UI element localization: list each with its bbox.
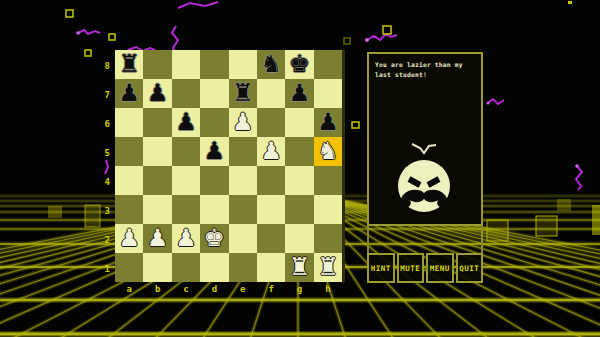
black-pawn: ♟: [200, 137, 228, 166]
square-a8[interactable]: ♜: [115, 50, 143, 79]
square-b5[interactable]: [143, 137, 171, 166]
rank-label: 1: [94, 253, 110, 282]
square-c1[interactable]: [172, 253, 200, 282]
square-h4[interactable]: [314, 166, 342, 195]
file-label: g: [285, 284, 313, 294]
rank-label: 4: [94, 166, 110, 195]
square-b3[interactable]: [143, 195, 171, 224]
file-label: f: [257, 284, 285, 294]
square-e4[interactable]: [229, 166, 257, 195]
black-pawn: ♟: [285, 79, 313, 108]
square-f1[interactable]: [257, 253, 285, 282]
chess-board: ♜♞♚♟♟♜♟♟♟♟♟♟♞♟♟♟♚♜♜: [115, 50, 345, 282]
white-rook: ♜: [314, 253, 342, 282]
black-pawn: ♟: [172, 108, 200, 137]
rank-label: 5: [94, 137, 110, 166]
square-a3[interactable]: [115, 195, 143, 224]
square-d5[interactable]: ♟: [200, 137, 228, 166]
white-pawn: ♟: [115, 224, 143, 253]
file-label: h: [314, 284, 342, 294]
square-d8[interactable]: [200, 50, 228, 79]
panel-frame-right: [481, 226, 483, 253]
square-b7[interactable]: ♟: [143, 79, 171, 108]
square-h8[interactable]: [314, 50, 342, 79]
square-a4[interactable]: [115, 166, 143, 195]
black-knight: ♞: [257, 50, 285, 79]
square-b6[interactable]: [143, 108, 171, 137]
square-g1[interactable]: ♜: [285, 253, 313, 282]
speech-text: You are lazier than my last student!: [369, 54, 486, 80]
file-label: b: [143, 284, 171, 294]
square-b2[interactable]: ♟: [143, 224, 171, 253]
square-h6[interactable]: ♟: [314, 108, 342, 137]
black-pawn: ♟: [314, 108, 342, 137]
black-rook: ♜: [229, 79, 257, 108]
square-e3[interactable]: [229, 195, 257, 224]
file-labels: a b c d e f g h: [115, 284, 342, 294]
square-g8[interactable]: ♚: [285, 50, 313, 79]
square-c6[interactable]: ♟: [172, 108, 200, 137]
rank-label: 2: [94, 224, 110, 253]
square-g2[interactable]: [285, 224, 313, 253]
square-a7[interactable]: ♟: [115, 79, 143, 108]
black-king: ♚: [285, 50, 313, 79]
opponent-panel: You are lazier than my last student!: [367, 52, 483, 226]
rank-label: 6: [94, 108, 110, 137]
white-knight: ♞: [314, 137, 342, 166]
opponent-face-icon: [394, 138, 456, 224]
square-g4[interactable]: [285, 166, 313, 195]
black-rook: ♜: [115, 50, 143, 79]
square-e7[interactable]: ♜: [229, 79, 257, 108]
square-f7[interactable]: [257, 79, 285, 108]
rank-label: 8: [94, 50, 110, 79]
square-g7[interactable]: ♟: [285, 79, 313, 108]
square-d4[interactable]: [200, 166, 228, 195]
square-c4[interactable]: [172, 166, 200, 195]
panel-frame-left: [367, 226, 369, 253]
file-label: a: [115, 284, 143, 294]
square-e2[interactable]: [229, 224, 257, 253]
square-c5[interactable]: [172, 137, 200, 166]
square-d2[interactable]: ♚: [200, 224, 228, 253]
square-f5[interactable]: ♟: [257, 137, 285, 166]
quit-button[interactable]: QUIT: [456, 253, 484, 283]
square-c3[interactable]: [172, 195, 200, 224]
square-g5[interactable]: [285, 137, 313, 166]
square-e6[interactable]: ♟: [229, 108, 257, 137]
square-h3[interactable]: [314, 195, 342, 224]
rank-label: 3: [94, 195, 110, 224]
square-f8[interactable]: ♞: [257, 50, 285, 79]
square-b8[interactable]: [143, 50, 171, 79]
square-d1[interactable]: [200, 253, 228, 282]
white-pawn: ♟: [143, 224, 171, 253]
square-g6[interactable]: [285, 108, 313, 137]
white-pawn: ♟: [229, 108, 257, 137]
square-h2[interactable]: [314, 224, 342, 253]
square-h1[interactable]: ♜: [314, 253, 342, 282]
square-f3[interactable]: [257, 195, 285, 224]
square-b1[interactable]: [143, 253, 171, 282]
square-e8[interactable]: [229, 50, 257, 79]
file-label: c: [172, 284, 200, 294]
square-a2[interactable]: ♟: [115, 224, 143, 253]
action-buttons: HINT MUTE MENU QUIT: [367, 253, 483, 283]
square-a1[interactable]: [115, 253, 143, 282]
menu-button[interactable]: MENU: [426, 253, 454, 283]
square-e5[interactable]: [229, 137, 257, 166]
square-h5[interactable]: ♞: [314, 137, 342, 166]
square-c2[interactable]: ♟: [172, 224, 200, 253]
file-label: e: [229, 284, 257, 294]
square-f4[interactable]: [257, 166, 285, 195]
black-pawn: ♟: [143, 79, 171, 108]
file-label: d: [200, 284, 228, 294]
hint-button[interactable]: HINT: [367, 253, 395, 283]
square-f6[interactable]: [257, 108, 285, 137]
square-c7[interactable]: [172, 79, 200, 108]
square-b4[interactable]: [143, 166, 171, 195]
square-h7[interactable]: [314, 79, 342, 108]
square-g3[interactable]: [285, 195, 313, 224]
square-a5[interactable]: [115, 137, 143, 166]
white-king: ♚: [200, 224, 228, 253]
black-pawn: ♟: [115, 79, 143, 108]
game-screen: 8 7 6 5 4 3 2 1 ♜♞♚♟♟♜♟♟♟♟♟♟♞♟♟♟♚♜♜ a b …: [0, 0, 600, 337]
white-pawn: ♟: [172, 224, 200, 253]
square-c8[interactable]: [172, 50, 200, 79]
square-f2[interactable]: [257, 224, 285, 253]
square-d6[interactable]: [200, 108, 228, 137]
square-d3[interactable]: [200, 195, 228, 224]
rank-label: 7: [94, 79, 110, 108]
white-pawn: ♟: [257, 137, 285, 166]
rank-labels: 8 7 6 5 4 3 2 1: [94, 50, 110, 282]
square-e1[interactable]: [229, 253, 257, 282]
square-d7[interactable]: [200, 79, 228, 108]
square-a6[interactable]: [115, 108, 143, 137]
mute-button[interactable]: MUTE: [397, 253, 425, 283]
white-rook: ♜: [285, 253, 313, 282]
angry-eyebrow-icon: [412, 144, 436, 153]
